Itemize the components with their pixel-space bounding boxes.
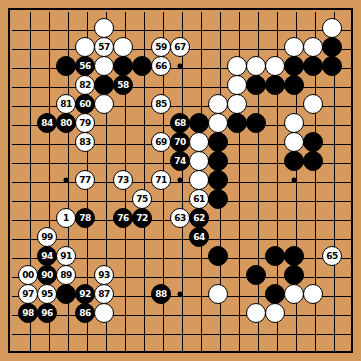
stone-black[interactable] xyxy=(303,132,323,152)
stone-white[interactable] xyxy=(303,37,323,57)
stone-black[interactable] xyxy=(284,75,304,95)
stone-move-80-black[interactable]: 80 xyxy=(56,113,76,133)
move-number-label: 00 xyxy=(22,271,34,280)
stone-move-85-white[interactable]: 85 xyxy=(151,94,171,114)
stone-move-66-white[interactable]: 66 xyxy=(151,56,171,76)
move-number-label: 66 xyxy=(155,62,167,71)
stone-white[interactable] xyxy=(284,113,304,133)
move-number-label: 71 xyxy=(155,176,167,185)
stone-black[interactable] xyxy=(265,246,285,266)
move-number-label: 83 xyxy=(79,138,91,147)
stone-move-98-black[interactable]: 98 xyxy=(18,303,38,323)
move-number-label: 69 xyxy=(155,138,167,147)
stone-move-56-black[interactable]: 56 xyxy=(75,56,95,76)
move-number-label: 92 xyxy=(79,290,91,299)
move-number-label: 72 xyxy=(136,214,148,223)
move-number-label: 74 xyxy=(174,157,186,166)
stone-move-61-white[interactable]: 61 xyxy=(189,189,209,209)
stone-white[interactable] xyxy=(303,94,323,114)
stone-move-72-black[interactable]: 72 xyxy=(132,208,152,228)
move-number-label: 73 xyxy=(117,176,129,185)
move-number-label: 59 xyxy=(155,43,167,52)
stone-move-76-black[interactable]: 76 xyxy=(113,208,133,228)
move-number-label: 60 xyxy=(79,100,91,109)
move-number-label: 78 xyxy=(79,214,91,223)
move-number-label: 82 xyxy=(79,81,91,90)
stone-move-69-white[interactable]: 69 xyxy=(151,132,171,152)
stone-move-1-white[interactable]: 1 xyxy=(56,208,76,228)
stone-white[interactable] xyxy=(284,132,304,152)
stone-move-67-white[interactable]: 67 xyxy=(170,37,190,57)
stone-move-79-white[interactable]: 79 xyxy=(75,113,95,133)
stone-white[interactable] xyxy=(94,303,114,323)
stone-white[interactable] xyxy=(322,18,342,38)
move-number-label: 80 xyxy=(60,119,72,128)
stone-move-89-white[interactable]: 89 xyxy=(56,265,76,285)
stone-move-84-black[interactable]: 84 xyxy=(37,113,57,133)
move-number-label: 76 xyxy=(117,214,129,223)
stone-white[interactable] xyxy=(227,94,247,114)
move-number-label: 81 xyxy=(60,100,72,109)
stone-black[interactable] xyxy=(132,56,152,76)
stone-black[interactable] xyxy=(246,113,266,133)
star-point xyxy=(178,178,183,183)
stone-move-65-white[interactable]: 65 xyxy=(322,246,342,266)
stone-black[interactable] xyxy=(56,56,76,76)
move-number-label: 62 xyxy=(193,214,205,223)
star-point xyxy=(178,64,183,69)
move-number-label: 61 xyxy=(193,195,205,204)
move-number-label: 89 xyxy=(60,271,72,280)
move-number-label: 94 xyxy=(41,252,53,261)
stone-move-74-black[interactable]: 74 xyxy=(170,151,190,171)
stone-white[interactable] xyxy=(303,284,323,304)
stone-move-86-black[interactable]: 86 xyxy=(75,303,95,323)
stone-white[interactable] xyxy=(94,18,114,38)
stone-white[interactable] xyxy=(265,56,285,76)
stone-move-95-white[interactable]: 95 xyxy=(37,284,57,304)
stone-black[interactable] xyxy=(265,75,285,95)
stone-black[interactable] xyxy=(284,151,304,171)
stone-black[interactable] xyxy=(265,284,285,304)
move-number-label: 98 xyxy=(22,309,34,318)
move-number-label: 84 xyxy=(41,119,53,128)
move-number-label: 97 xyxy=(22,290,34,299)
stone-move-73-white[interactable]: 73 xyxy=(113,170,133,190)
stone-black[interactable] xyxy=(208,246,228,266)
stone-move-93-white[interactable]: 93 xyxy=(94,265,114,285)
move-number-label: 64 xyxy=(193,233,205,242)
stone-white[interactable] xyxy=(75,37,95,57)
stone-move-75-white[interactable]: 75 xyxy=(132,189,152,209)
stone-white[interactable] xyxy=(189,132,209,152)
star-point xyxy=(292,178,297,183)
stone-white[interactable] xyxy=(227,75,247,95)
move-number-label: 58 xyxy=(117,81,129,90)
stone-white[interactable] xyxy=(284,284,304,304)
stone-white[interactable] xyxy=(208,113,228,133)
stone-black[interactable] xyxy=(246,265,266,285)
stone-move-88-black[interactable]: 88 xyxy=(151,284,171,304)
stone-black[interactable] xyxy=(322,37,342,57)
stone-white[interactable] xyxy=(208,284,228,304)
move-number-label: 87 xyxy=(98,290,110,299)
stone-move-96-black[interactable]: 96 xyxy=(37,303,57,323)
stone-move-90-black[interactable]: 90 xyxy=(37,265,57,285)
stone-black[interactable] xyxy=(227,113,247,133)
stone-black[interactable] xyxy=(94,75,114,95)
stone-black[interactable] xyxy=(208,189,228,209)
stone-black[interactable] xyxy=(208,132,228,152)
stone-move-68-black[interactable]: 68 xyxy=(170,113,190,133)
stone-move-70-black[interactable]: 70 xyxy=(170,132,190,152)
stone-white[interactable] xyxy=(208,94,228,114)
stone-black[interactable] xyxy=(284,246,304,266)
move-number-label: 90 xyxy=(41,271,53,280)
move-number-label: 56 xyxy=(79,62,91,71)
stone-white[interactable] xyxy=(189,151,209,171)
move-number-label: 95 xyxy=(41,290,53,299)
stone-white[interactable] xyxy=(189,170,209,190)
move-number-label: 86 xyxy=(79,309,91,318)
stone-move-71-white[interactable]: 71 xyxy=(151,170,171,190)
stone-move-87-white[interactable]: 87 xyxy=(94,284,114,304)
move-number-label: 70 xyxy=(174,138,186,147)
move-number-label: 79 xyxy=(79,119,91,128)
move-number-label: 75 xyxy=(136,195,148,204)
stone-black[interactable] xyxy=(208,151,228,171)
stone-move-78-black[interactable]: 78 xyxy=(75,208,95,228)
move-number-label: 93 xyxy=(98,271,110,280)
stone-move-57-white[interactable]: 57 xyxy=(94,37,114,57)
stone-black[interactable] xyxy=(113,56,133,76)
star-point xyxy=(64,178,69,183)
move-number-label: 91 xyxy=(60,252,72,261)
stone-black[interactable] xyxy=(303,56,323,76)
stone-move-64-black[interactable]: 64 xyxy=(189,227,209,247)
stone-move-82-white[interactable]: 82 xyxy=(75,75,95,95)
stone-black[interactable] xyxy=(284,56,304,76)
stone-move-91-white[interactable]: 91 xyxy=(56,246,76,266)
stone-white[interactable] xyxy=(246,56,266,76)
stone-white[interactable] xyxy=(113,37,133,57)
stone-white[interactable] xyxy=(94,94,114,114)
stone-move-58-black[interactable]: 58 xyxy=(113,75,133,95)
stone-move-60-black[interactable]: 60 xyxy=(75,94,95,114)
stone-black[interactable] xyxy=(246,75,266,95)
go-board[interactable]: 5759675666825881608584807968836970747773… xyxy=(0,0,361,361)
stone-move-00-white[interactable]: 00 xyxy=(18,265,38,285)
stone-white[interactable] xyxy=(284,37,304,57)
stone-move-59-white[interactable]: 59 xyxy=(151,37,171,57)
move-number-label: 57 xyxy=(98,43,110,52)
move-number-label: 63 xyxy=(174,214,186,223)
stone-white[interactable] xyxy=(227,56,247,76)
stone-move-99-white[interactable]: 99 xyxy=(37,227,57,247)
stone-move-63-white[interactable]: 63 xyxy=(170,208,190,228)
stone-move-92-black[interactable]: 92 xyxy=(75,284,95,304)
stone-black[interactable] xyxy=(322,56,342,76)
move-number-label: 77 xyxy=(79,176,91,185)
move-number-label: 96 xyxy=(41,309,53,318)
move-number-label: 68 xyxy=(174,119,186,128)
stone-move-62-black[interactable]: 62 xyxy=(189,208,209,228)
stone-black[interactable] xyxy=(56,284,76,304)
move-number-label: 1 xyxy=(63,214,69,223)
move-number-label: 65 xyxy=(326,252,338,261)
stone-black[interactable] xyxy=(189,113,209,133)
stone-move-83-white[interactable]: 83 xyxy=(75,132,95,152)
stone-black[interactable] xyxy=(284,265,304,285)
stone-move-94-black[interactable]: 94 xyxy=(37,246,57,266)
stone-move-97-white[interactable]: 97 xyxy=(18,284,38,304)
move-number-label: 67 xyxy=(174,43,186,52)
star-point xyxy=(178,292,183,297)
stone-move-81-white[interactable]: 81 xyxy=(56,94,76,114)
stone-move-77-white[interactable]: 77 xyxy=(75,170,95,190)
stone-black[interactable] xyxy=(303,151,323,171)
stone-white[interactable] xyxy=(265,303,285,323)
stone-white[interactable] xyxy=(94,56,114,76)
move-number-label: 85 xyxy=(155,100,167,109)
stone-white[interactable] xyxy=(246,303,266,323)
move-number-label: 88 xyxy=(155,290,167,299)
stone-black[interactable] xyxy=(208,170,228,190)
move-number-label: 99 xyxy=(41,233,53,242)
